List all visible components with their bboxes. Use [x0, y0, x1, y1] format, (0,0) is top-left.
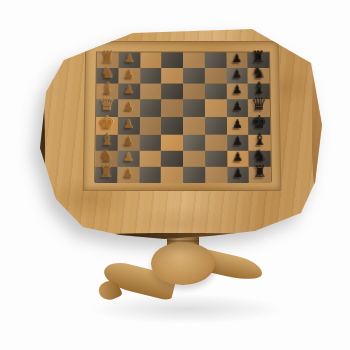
- square-h3[interactable]: [139, 167, 161, 183]
- square-e6[interactable]: [205, 117, 227, 135]
- square-a2[interactable]: ♟: [118, 52, 140, 67]
- square-h5[interactable]: [183, 167, 205, 183]
- square-g4[interactable]: [161, 151, 183, 167]
- white-pawn[interactable]: ♟: [123, 167, 134, 179]
- square-g7[interactable]: ♟: [227, 151, 249, 167]
- white-pawn[interactable]: ♟: [123, 118, 134, 130]
- square-b3[interactable]: [140, 68, 162, 84]
- bark-edge-left: [36, 81, 45, 209]
- square-a7[interactable]: ♟: [226, 52, 248, 67]
- square-h6[interactable]: [205, 167, 227, 183]
- square-b7[interactable]: ♟: [226, 68, 248, 84]
- white-pawn[interactable]: ♟: [124, 68, 135, 80]
- board-frame: ♜♟♟♜♞♟♟♞♝♟♟♝♛♟♟♛♚♟♟♚♝♟♟♝♞♟♟♞♜♟♟♜: [83, 41, 282, 191]
- square-g2[interactable]: ♟: [117, 151, 139, 167]
- square-a6[interactable]: [204, 52, 226, 67]
- white-pawn[interactable]: ♟: [123, 84, 134, 96]
- square-e7[interactable]: ♟: [227, 117, 249, 135]
- square-b2[interactable]: ♟: [118, 68, 140, 84]
- square-g5[interactable]: [183, 151, 205, 167]
- square-a4[interactable]: [161, 52, 183, 67]
- square-f6[interactable]: [205, 135, 227, 151]
- square-f5[interactable]: [183, 135, 205, 151]
- square-d2[interactable]: ♟: [118, 99, 140, 117]
- white-rook[interactable]: ♜: [99, 164, 114, 180]
- square-e3[interactable]: [139, 117, 161, 135]
- square-d4[interactable]: [161, 99, 183, 117]
- black-rook[interactable]: ♜: [253, 164, 268, 180]
- square-d3[interactable]: [139, 99, 161, 117]
- white-pawn[interactable]: ♟: [123, 151, 134, 163]
- square-c4[interactable]: [161, 84, 183, 100]
- black-pawn[interactable]: ♟: [232, 118, 243, 130]
- square-c5[interactable]: [183, 84, 205, 100]
- black-pawn[interactable]: ♟: [232, 100, 243, 112]
- table-top: ♜♟♟♜♞♟♟♞♝♟♟♝♛♟♟♛♚♟♟♚♝♟♟♝♞♟♟♞♜♟♟♜: [36, 27, 324, 241]
- square-b6[interactable]: [205, 68, 227, 84]
- table-top-wrap: ♜♟♟♜♞♟♟♞♝♟♟♝♛♟♟♛♚♟♟♚♝♟♟♝♞♟♟♞♜♟♟♜: [0, 0, 350, 350]
- square-f7[interactable]: ♟: [227, 135, 249, 151]
- square-h8[interactable]: ♜: [249, 167, 271, 183]
- square-b4[interactable]: [161, 68, 183, 84]
- square-h2[interactable]: ♟: [117, 167, 139, 183]
- white-pawn[interactable]: ♟: [123, 100, 134, 112]
- square-g3[interactable]: [139, 151, 161, 167]
- square-a3[interactable]: [140, 52, 162, 67]
- square-e2[interactable]: ♟: [118, 117, 140, 135]
- black-pawn[interactable]: ♟: [232, 68, 243, 80]
- square-c3[interactable]: [140, 84, 162, 100]
- black-pawn[interactable]: ♟: [232, 167, 243, 179]
- square-c2[interactable]: ♟: [118, 84, 140, 100]
- square-e4[interactable]: [161, 117, 183, 135]
- square-h4[interactable]: [161, 167, 183, 183]
- white-king[interactable]: ♚: [99, 113, 115, 131]
- square-a5[interactable]: [183, 52, 205, 67]
- square-f2[interactable]: ♟: [117, 135, 139, 151]
- square-c7[interactable]: ♟: [226, 84, 248, 100]
- square-d7[interactable]: ♟: [226, 99, 248, 117]
- square-h1[interactable]: ♜: [95, 167, 117, 183]
- white-pawn[interactable]: ♟: [123, 135, 134, 147]
- black-pawn[interactable]: ♟: [231, 52, 242, 64]
- square-c6[interactable]: [205, 84, 227, 100]
- bark-edge-bottom: [73, 233, 286, 241]
- square-d6[interactable]: [205, 99, 227, 117]
- white-pawn[interactable]: ♟: [124, 52, 135, 64]
- square-d5[interactable]: [183, 99, 205, 117]
- square-g6[interactable]: [205, 151, 227, 167]
- square-e5[interactable]: [183, 117, 205, 135]
- square-f3[interactable]: [139, 135, 161, 151]
- square-f4[interactable]: [161, 135, 183, 151]
- black-pawn[interactable]: ♟: [232, 151, 243, 163]
- square-b5[interactable]: [183, 68, 205, 84]
- black-pawn[interactable]: ♟: [232, 84, 243, 96]
- square-h7[interactable]: ♟: [227, 167, 249, 183]
- chess-board: ♜♟♟♜♞♟♟♞♝♟♟♝♛♟♟♛♚♟♟♚♝♟♟♝♞♟♟♞♜♟♟♜: [94, 52, 272, 182]
- chess-table-photo: ♜♟♟♜♞♟♟♞♝♟♟♝♛♟♟♛♚♟♟♚♝♟♟♝♞♟♟♞♜♟♟♜: [0, 0, 350, 350]
- black-pawn[interactable]: ♟: [232, 135, 243, 147]
- table-edge-right: [312, 61, 324, 194]
- black-king[interactable]: ♚: [251, 113, 267, 131]
